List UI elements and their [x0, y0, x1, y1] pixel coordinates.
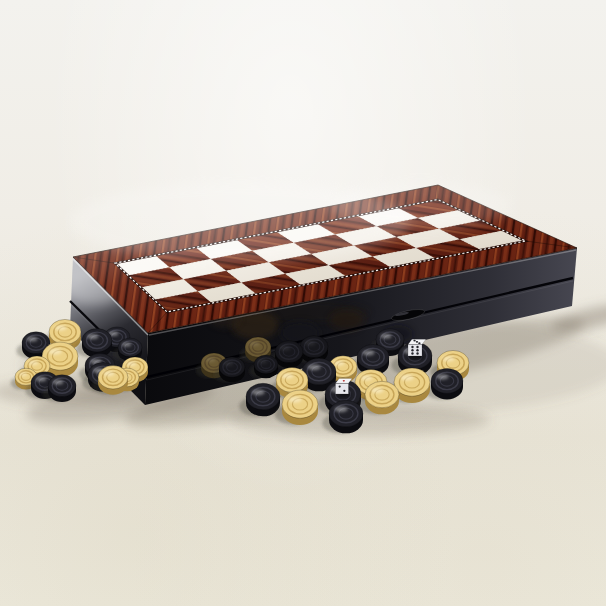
piece-highlight	[19, 372, 27, 376]
piece-highlight	[54, 325, 66, 330]
piece-highlight	[400, 375, 414, 381]
piece-highlight	[442, 356, 454, 361]
die-pip-top	[343, 380, 345, 382]
piece-highlight	[335, 406, 348, 412]
piece-highlight	[381, 334, 392, 339]
piece-highlight	[223, 362, 233, 366]
piece-highlight	[371, 387, 384, 393]
die-pip	[411, 349, 413, 351]
die-pip	[411, 346, 413, 348]
die-pip	[416, 346, 418, 348]
piece-highlight	[28, 361, 38, 365]
lid-sheen	[330, 182, 510, 230]
piece-highlight	[103, 371, 114, 376]
piece-highlight	[281, 373, 293, 378]
piece-highlight	[126, 362, 136, 366]
piece-highlight	[334, 361, 345, 366]
piece-highlight	[249, 342, 259, 346]
piece-highlight	[308, 364, 321, 370]
piece-highlight	[288, 397, 302, 403]
die-pip	[416, 349, 418, 351]
piece-highlight	[258, 359, 267, 363]
piece-highlight	[48, 349, 62, 355]
die-pip-top	[418, 342, 420, 344]
piece-highlight	[205, 358, 215, 362]
piece-highlight	[122, 342, 131, 346]
piece-highlight	[436, 374, 448, 379]
die-front-face	[336, 383, 349, 394]
die-front-face	[408, 345, 422, 356]
die-pip	[343, 390, 345, 392]
piece-highlight	[360, 375, 372, 380]
die-pip	[411, 352, 413, 354]
die-pip-top	[413, 340, 415, 342]
die-pip	[416, 352, 418, 354]
piece-highlight	[305, 341, 316, 346]
die-pip-top	[416, 341, 418, 343]
photo-background	[0, 0, 606, 606]
piece-highlight	[87, 334, 98, 339]
piece-highlight	[252, 389, 265, 395]
piece-highlight	[280, 346, 291, 351]
die-pip	[339, 385, 341, 387]
piece-highlight	[53, 380, 64, 385]
product-photo-scene	[0, 0, 606, 606]
piece-highlight	[36, 377, 47, 382]
piece-highlight	[362, 350, 374, 355]
piece-highlight	[27, 337, 38, 342]
